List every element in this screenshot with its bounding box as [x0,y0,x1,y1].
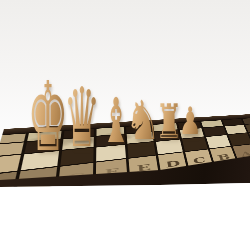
piece-white-king[interactable]: ♚ [27,69,68,165]
piece-white-pawn[interactable]: ♟ [179,102,202,140]
piece-white-queen[interactable]: ♛ [64,77,101,159]
chess-set-photo: HGFEDCBA ♚♛♝♞♜♟ [0,0,250,250]
pieces-layer: ♚♛♝♞♜♟ [0,0,250,250]
